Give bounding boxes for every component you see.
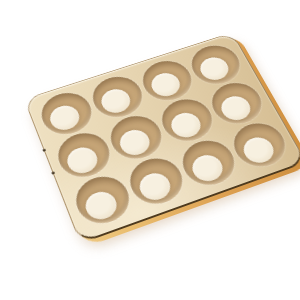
product-photo <box>0 0 300 300</box>
muffin-cup <box>175 135 242 192</box>
cup-bottom <box>147 70 184 100</box>
cup-bottom <box>187 151 226 184</box>
cup-bottom <box>46 103 82 134</box>
cup-bottom <box>97 86 134 116</box>
muffin-pan <box>24 32 300 244</box>
cup-bottom <box>81 188 120 223</box>
cup-bottom <box>115 127 153 159</box>
cup-bottom <box>217 93 255 124</box>
muffin-cup <box>122 152 189 211</box>
pan-surface <box>24 32 300 244</box>
cup-bottom <box>238 134 277 167</box>
rivet-dot <box>42 148 46 151</box>
muffin-cup <box>69 170 136 230</box>
cup-bottom <box>196 55 233 84</box>
rivet-dot <box>51 171 55 174</box>
cup-bottom <box>63 144 101 177</box>
muffin-cup <box>51 127 116 184</box>
cup-bottom <box>135 169 174 203</box>
muffin-cup <box>226 117 293 173</box>
cup-bottom <box>167 110 205 141</box>
